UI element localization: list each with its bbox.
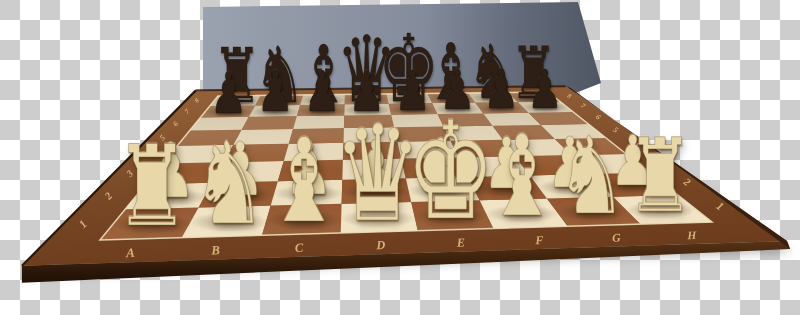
transparent-background-canvas: ABCDEFGH1122334455667788 ♜♞♝♛♚♝♞♜♟♟♟♟♟♟♟… [0, 0, 800, 315]
file-label-h: H [686, 229, 697, 241]
file-label-b: B [210, 243, 220, 257]
file-label-g: G [612, 232, 621, 245]
backdrop-panel [203, 2, 601, 99]
file-label-c: C [295, 241, 304, 255]
file-label-d: D [375, 238, 385, 252]
chess-board: ABCDEFGH1122334455667788 [0, 0, 800, 315]
file-label-e: E [456, 235, 466, 249]
file-label-a: A [125, 245, 135, 260]
file-label-f: F [534, 233, 543, 247]
